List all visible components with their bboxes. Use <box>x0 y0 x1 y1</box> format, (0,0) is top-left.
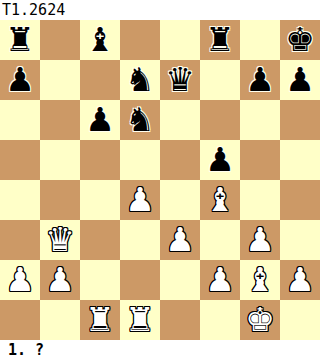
piece-white-bishop[interactable]: ♝ <box>245 260 275 300</box>
square-b1[interactable] <box>40 300 80 340</box>
piece-white-queen[interactable]: ♛ <box>45 220 75 260</box>
square-h4[interactable] <box>280 180 320 220</box>
square-f1[interactable] <box>200 300 240 340</box>
square-a1[interactable] <box>0 300 40 340</box>
piece-white-pawn[interactable]: ♟ <box>5 260 35 300</box>
piece-white-rook[interactable]: ♜ <box>85 300 115 340</box>
piece-black-rook[interactable]: ♜ <box>5 20 35 60</box>
piece-white-rook[interactable]: ♜ <box>125 300 155 340</box>
square-a6[interactable] <box>0 100 40 140</box>
square-b6[interactable] <box>40 100 80 140</box>
square-f4[interactable]: ♝ <box>200 180 240 220</box>
square-e4[interactable] <box>160 180 200 220</box>
piece-black-king[interactable]: ♚ <box>285 20 315 60</box>
piece-white-pawn[interactable]: ♟ <box>205 260 235 300</box>
puzzle-id-label: T1.2624 <box>0 0 65 20</box>
square-c5[interactable] <box>80 140 120 180</box>
square-d2[interactable] <box>120 260 160 300</box>
square-f7[interactable] <box>200 60 240 100</box>
piece-black-knight[interactable]: ♞ <box>125 60 155 100</box>
square-h6[interactable] <box>280 100 320 140</box>
square-f2[interactable]: ♟ <box>200 260 240 300</box>
square-a4[interactable] <box>0 180 40 220</box>
square-d3[interactable] <box>120 220 160 260</box>
square-g8[interactable] <box>240 20 280 60</box>
piece-black-pawn[interactable]: ♟ <box>245 60 275 100</box>
square-b2[interactable]: ♟ <box>40 260 80 300</box>
square-d7[interactable]: ♞ <box>120 60 160 100</box>
square-c2[interactable] <box>80 260 120 300</box>
piece-black-knight[interactable]: ♞ <box>125 100 155 140</box>
square-f5[interactable]: ♟ <box>200 140 240 180</box>
square-e2[interactable] <box>160 260 200 300</box>
square-d6[interactable]: ♞ <box>120 100 160 140</box>
square-f8[interactable]: ♜ <box>200 20 240 60</box>
square-f6[interactable] <box>200 100 240 140</box>
square-g1[interactable]: ♚ <box>240 300 280 340</box>
square-c8[interactable]: ♝ <box>80 20 120 60</box>
square-b7[interactable] <box>40 60 80 100</box>
move-prompt-label: 1. ? <box>0 340 44 360</box>
square-h5[interactable] <box>280 140 320 180</box>
square-a5[interactable] <box>0 140 40 180</box>
square-f3[interactable] <box>200 220 240 260</box>
square-g3[interactable]: ♟ <box>240 220 280 260</box>
piece-white-pawn[interactable]: ♟ <box>125 180 155 220</box>
square-h3[interactable] <box>280 220 320 260</box>
square-h2[interactable]: ♟ <box>280 260 320 300</box>
square-e6[interactable] <box>160 100 200 140</box>
square-g2[interactable]: ♝ <box>240 260 280 300</box>
square-a3[interactable] <box>0 220 40 260</box>
piece-white-pawn[interactable]: ♟ <box>285 260 315 300</box>
square-h7[interactable]: ♟ <box>280 60 320 100</box>
square-e7[interactable]: ♛ <box>160 60 200 100</box>
piece-white-pawn[interactable]: ♟ <box>165 220 195 260</box>
square-c6[interactable]: ♟ <box>80 100 120 140</box>
piece-white-king[interactable]: ♚ <box>245 300 275 340</box>
piece-white-pawn[interactable]: ♟ <box>245 220 275 260</box>
square-d5[interactable] <box>120 140 160 180</box>
piece-black-bishop[interactable]: ♝ <box>85 20 115 60</box>
square-c3[interactable] <box>80 220 120 260</box>
square-h1[interactable] <box>280 300 320 340</box>
square-e5[interactable] <box>160 140 200 180</box>
square-g4[interactable] <box>240 180 280 220</box>
chess-board: ♜♝♜♚♟♞♛♟♟♟♞♟♟♝♛♟♟♟♟♟♝♟♜♜♚ <box>0 20 320 340</box>
square-b3[interactable]: ♛ <box>40 220 80 260</box>
piece-black-pawn[interactable]: ♟ <box>5 60 35 100</box>
piece-black-pawn[interactable]: ♟ <box>285 60 315 100</box>
footer-bar: 1. ? <box>0 340 320 360</box>
header-bar: T1.2624 <box>0 0 320 20</box>
square-g6[interactable] <box>240 100 280 140</box>
square-d4[interactable]: ♟ <box>120 180 160 220</box>
square-a8[interactable]: ♜ <box>0 20 40 60</box>
square-a2[interactable]: ♟ <box>0 260 40 300</box>
square-e1[interactable] <box>160 300 200 340</box>
square-d8[interactable] <box>120 20 160 60</box>
piece-black-pawn[interactable]: ♟ <box>85 100 115 140</box>
piece-black-queen[interactable]: ♛ <box>165 60 195 100</box>
piece-white-bishop[interactable]: ♝ <box>205 180 235 220</box>
square-a7[interactable]: ♟ <box>0 60 40 100</box>
square-c4[interactable] <box>80 180 120 220</box>
chess-trainer-window: T1.2624 ♜♝♜♚♟♞♛♟♟♟♞♟♟♝♛♟♟♟♟♟♝♟♜♜♚ 1. ? <box>0 0 320 360</box>
square-c7[interactable] <box>80 60 120 100</box>
piece-black-rook[interactable]: ♜ <box>205 20 235 60</box>
square-d1[interactable]: ♜ <box>120 300 160 340</box>
square-h8[interactable]: ♚ <box>280 20 320 60</box>
square-g5[interactable] <box>240 140 280 180</box>
square-e3[interactable]: ♟ <box>160 220 200 260</box>
square-b4[interactable] <box>40 180 80 220</box>
square-c1[interactable]: ♜ <box>80 300 120 340</box>
square-b5[interactable] <box>40 140 80 180</box>
piece-white-pawn[interactable]: ♟ <box>45 260 75 300</box>
square-b8[interactable] <box>40 20 80 60</box>
piece-black-pawn[interactable]: ♟ <box>205 140 235 180</box>
square-g7[interactable]: ♟ <box>240 60 280 100</box>
square-e8[interactable] <box>160 20 200 60</box>
